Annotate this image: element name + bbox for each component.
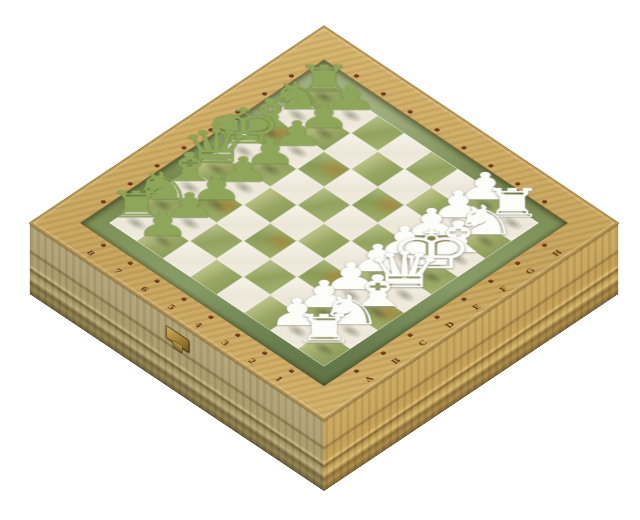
rank-label-8: 8	[81, 247, 99, 259]
dowel-dot	[514, 260, 521, 265]
rank-label-1: 1	[270, 373, 288, 385]
file-label-h: H	[548, 247, 566, 259]
file-label-c: C	[414, 337, 432, 349]
dowel-dot	[487, 278, 494, 283]
dowel-dot	[407, 109, 414, 114]
dowel-dot	[127, 260, 134, 265]
dowel-dot	[380, 350, 387, 355]
chess-set-photo: A1B2C3D4E5F6G7H8 ♜♞♝♛♚♝♞♜♟♟♟♟♟♟♟♟♟♟♟♟♟♟♟…	[0, 0, 640, 520]
dowel-dot	[154, 278, 161, 283]
dowel-dot	[460, 145, 467, 150]
dowel-dot	[541, 242, 548, 247]
dowel-dot	[207, 314, 214, 319]
rank-label-5: 5	[162, 301, 180, 313]
dowel-dot	[460, 296, 467, 301]
dowel-dot	[234, 332, 241, 337]
file-label-d: D	[441, 319, 459, 331]
dowel-dot	[434, 127, 441, 132]
dowel-dot	[407, 332, 414, 337]
dowel-dot	[434, 314, 441, 319]
file-label-f: F	[494, 283, 512, 295]
rank-label-6: 6	[135, 283, 153, 295]
file-label-e: E	[468, 301, 486, 313]
dowel-dot	[100, 242, 107, 247]
file-label-g: G	[521, 265, 539, 277]
brass-latch-icon[interactable]	[166, 324, 190, 359]
file-label-a: A	[360, 373, 378, 385]
dowel-dot	[261, 350, 268, 355]
file-label-b: B	[387, 355, 405, 367]
dowel-dot	[180, 296, 187, 301]
rank-label-7: 7	[108, 265, 126, 277]
rank-label-2: 2	[243, 355, 261, 367]
rank-label-4: 4	[189, 319, 207, 331]
chess-board-box: A1B2C3D4E5F6G7H8 ♜♞♝♛♚♝♞♜♟♟♟♟♟♟♟♟♟♟♟♟♟♟♟…	[28, 25, 619, 421]
rank-label-3: 3	[216, 337, 234, 349]
dowel-dot	[353, 368, 360, 373]
pieces-layer: ♜♞♝♛♚♝♞♜♟♟♟♟♟♟♟♟♟♟♟♟♟♟♟♟♜♞♝♛♚♝♞♜	[324, 26, 618, 223]
dowel-dot	[288, 368, 295, 373]
